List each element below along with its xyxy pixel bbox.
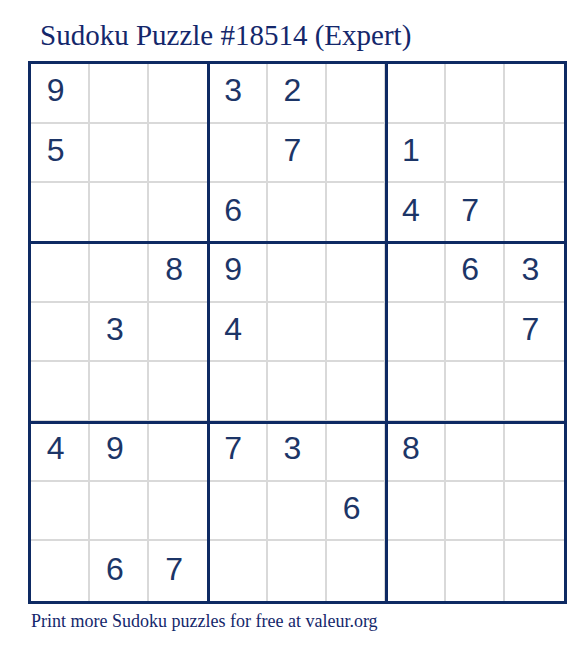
cell-r1c5: 2 [268, 64, 327, 124]
cell-r4c9: 3 [505, 243, 564, 303]
cell-r7c1: 4 [31, 422, 90, 482]
cell-r5c5 [268, 303, 327, 363]
cell-r2c3 [149, 124, 208, 184]
cell-r6c3 [149, 362, 208, 422]
cell-digit: 4 [402, 192, 420, 229]
cell-digit: 3 [106, 311, 124, 348]
cell-digit: 7 [284, 132, 302, 169]
cell-digit: 5 [47, 132, 65, 169]
box-separator-horizontal-1 [31, 241, 564, 244]
cell-r9c1 [31, 541, 90, 601]
cell-r6c9 [505, 362, 564, 422]
cell-r2c4 [209, 124, 268, 184]
cell-r1c7 [386, 64, 445, 124]
cell-r7c8 [446, 422, 505, 482]
cell-r4c5 [268, 243, 327, 303]
cell-r9c2: 6 [90, 541, 149, 601]
cell-digit: 7 [461, 192, 479, 229]
cell-r5c4: 4 [209, 303, 268, 363]
cell-r5c1 [31, 303, 90, 363]
cell-digit: 7 [521, 311, 539, 348]
cell-digit: 9 [47, 72, 65, 109]
cell-r4c1 [31, 243, 90, 303]
cell-r3c8: 7 [446, 183, 505, 243]
cell-r9c5 [268, 541, 327, 601]
cell-r6c4 [209, 362, 268, 422]
cell-digit: 6 [106, 551, 124, 588]
cell-r9c6 [327, 541, 386, 601]
cell-r4c7 [386, 243, 445, 303]
cell-digit: 6 [343, 490, 361, 527]
cell-r7c7: 8 [386, 422, 445, 482]
cell-r7c9 [505, 422, 564, 482]
cell-r9c9 [505, 541, 564, 601]
cell-r7c6 [327, 422, 386, 482]
box-separator-vertical-1 [207, 64, 210, 601]
cell-r3c9 [505, 183, 564, 243]
cell-r3c7: 4 [386, 183, 445, 243]
sudoku-grid: 932571647896334749738667 [31, 64, 564, 601]
cell-r6c8 [446, 362, 505, 422]
cell-r8c1 [31, 482, 90, 542]
cell-r4c3: 8 [149, 243, 208, 303]
page-title: Sudoku Puzzle #18514 (Expert) [40, 18, 411, 52]
cell-r4c6 [327, 243, 386, 303]
cell-r2c7: 1 [386, 124, 445, 184]
cell-digit: 7 [165, 551, 183, 588]
cell-r8c5 [268, 482, 327, 542]
cell-digit: 8 [402, 430, 420, 467]
cell-r1c4: 3 [209, 64, 268, 124]
box-separator-horizontal-2 [31, 421, 564, 424]
cell-r6c1 [31, 362, 90, 422]
cell-digit: 4 [47, 430, 65, 467]
cell-r3c6 [327, 183, 386, 243]
cell-r9c7 [386, 541, 445, 601]
cell-r4c4: 9 [209, 243, 268, 303]
cell-r5c2: 3 [90, 303, 149, 363]
cell-r1c3 [149, 64, 208, 124]
cell-r7c3 [149, 422, 208, 482]
cell-digit: 3 [224, 72, 242, 109]
cell-digit: 7 [224, 430, 242, 467]
cell-r8c4 [209, 482, 268, 542]
footer-text: Print more Sudoku puzzles for free at va… [31, 611, 378, 632]
cell-r9c8 [446, 541, 505, 601]
cell-r7c2: 9 [90, 422, 149, 482]
cell-r2c5: 7 [268, 124, 327, 184]
cell-r3c1 [31, 183, 90, 243]
cell-r3c4: 6 [209, 183, 268, 243]
cell-r1c9 [505, 64, 564, 124]
cell-digit: 1 [402, 132, 420, 169]
cell-r6c7 [386, 362, 445, 422]
cell-digit: 3 [521, 251, 539, 288]
cell-digit: 3 [284, 430, 302, 467]
cell-r1c1: 9 [31, 64, 90, 124]
cell-r3c3 [149, 183, 208, 243]
cell-r4c2 [90, 243, 149, 303]
cell-r8c2 [90, 482, 149, 542]
cell-r8c3 [149, 482, 208, 542]
cell-r5c9: 7 [505, 303, 564, 363]
cell-r1c8 [446, 64, 505, 124]
cell-r2c2 [90, 124, 149, 184]
cell-digit: 9 [106, 430, 124, 467]
cell-r7c5: 3 [268, 422, 327, 482]
cell-r2c6 [327, 124, 386, 184]
cell-r6c2 [90, 362, 149, 422]
cell-r6c6 [327, 362, 386, 422]
cell-digit: 8 [165, 251, 183, 288]
cell-r2c8 [446, 124, 505, 184]
cell-digit: 4 [224, 311, 242, 348]
cell-r3c5 [268, 183, 327, 243]
cell-digit: 2 [284, 72, 302, 109]
cell-r5c7 [386, 303, 445, 363]
cell-r5c6 [327, 303, 386, 363]
cell-r9c4 [209, 541, 268, 601]
cell-digit: 9 [224, 251, 242, 288]
sudoku-board: 932571647896334749738667 [28, 61, 567, 604]
cell-r2c9 [505, 124, 564, 184]
cell-r1c6 [327, 64, 386, 124]
cell-r9c3: 7 [149, 541, 208, 601]
cell-r6c5 [268, 362, 327, 422]
cell-r3c2 [90, 183, 149, 243]
cell-r5c3 [149, 303, 208, 363]
cell-r2c1: 5 [31, 124, 90, 184]
cell-r1c2 [90, 64, 149, 124]
cell-r7c4: 7 [209, 422, 268, 482]
cell-r8c7 [386, 482, 445, 542]
cell-r5c8 [446, 303, 505, 363]
cell-r8c6: 6 [327, 482, 386, 542]
cell-r8c9 [505, 482, 564, 542]
cell-r4c8: 6 [446, 243, 505, 303]
cell-digit: 6 [224, 192, 242, 229]
box-separator-vertical-2 [385, 64, 388, 601]
cell-digit: 6 [461, 251, 479, 288]
cell-r8c8 [446, 482, 505, 542]
